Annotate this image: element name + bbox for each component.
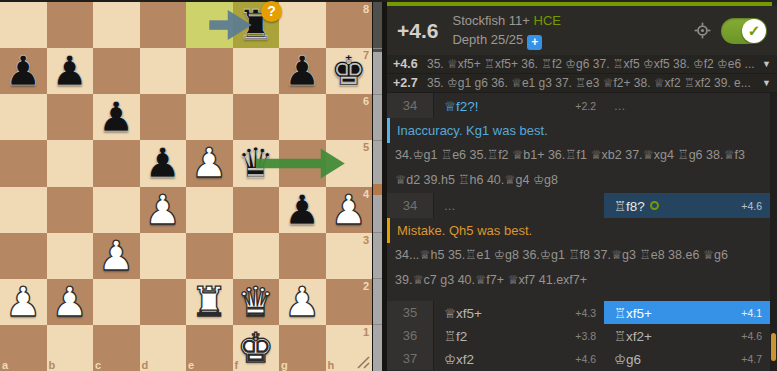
white-queen-f2[interactable]: ♛ [233,279,280,325]
file-label-d: d [142,359,149,371]
eval-gauge-black-share [373,2,382,52]
move-row: 37 ♔xf2 +4.6 ♔g6 +4.7 [387,347,777,370]
file-label-e: e [188,359,194,371]
go-deeper-button[interactable]: + [527,35,542,50]
green-circle-icon [650,201,659,210]
move-row: 34 ♕f2?! +2.2 ... [387,93,777,118]
move-number: 36 [387,324,434,347]
inaccuracy-comment: Inaccuracy. Kg1 was best. [387,118,777,143]
square-b4[interactable] [47,187,94,233]
analysis-screen: 8765432abcdefgh1 ? ♜♟♟♟♚♟♟♟♛♟♟♟♟♟♟♜♛♟♚ +… [0,0,777,371]
move-row: 35 ♕xf5+ +4.3 ♖xf5+ +4.1 [387,301,777,324]
engine-line-1[interactable]: +4.6 35. ♕xf5+ ♖xf5+ 36. ♖f2 ♔g6 37. ♖xf… [387,55,777,74]
white-pawn-b2[interactable]: ♟ [47,279,94,325]
square-d6[interactable] [140,94,187,140]
white-rook-e2[interactable]: ♜ [186,279,233,325]
square-a1[interactable]: a [0,325,47,371]
square-f7[interactable] [233,48,280,94]
square-d7[interactable] [140,48,187,94]
scrollbar-thumb[interactable] [771,333,776,361]
mistake-badge: ? [261,1,282,22]
square-a5[interactable] [0,140,47,186]
square-a3[interactable] [0,233,47,279]
move-number: 34 [387,93,434,118]
square-h2[interactable]: 2 [326,279,373,325]
square-g5[interactable] [279,140,326,186]
square-h6[interactable]: 6 [326,94,373,140]
square-c5[interactable] [93,140,140,186]
white-pawn-e5[interactable]: ♟ [186,140,233,186]
chess-board[interactable]: 8765432abcdefgh1 ? ♜♟♟♟♚♟♟♟♛♟♟♟♟♟♟♜♛♟♚ [0,2,372,371]
square-d2[interactable] [140,279,187,325]
move-black-rxf2[interactable]: ♖xf2+ +4.6 [604,324,770,347]
square-e4[interactable] [186,187,233,233]
move-number: 35 [387,301,434,324]
engine-line-2[interactable]: +2.7 35. ♔g1 g6 36. ♕e1 g3 37. ♖e3 ♕f2+ … [387,74,777,93]
expand-caret-icon[interactable]: ▼ [762,59,771,69]
move-white-qf2[interactable]: ♕f2?! +2.2 [434,93,604,118]
square-e1[interactable]: e [186,325,233,371]
mistake-comment: Mistake. Qh5 was best. [387,218,777,243]
square-h8[interactable]: 8 [326,2,373,48]
square-e8[interactable] [186,2,233,48]
square-a8[interactable] [0,2,47,48]
square-g3[interactable] [279,233,326,279]
variation-line-2[interactable]: 34...♕h5 35.♖e1 ♔g8 36.♔g1 ♖f8 37.♕g3 ♖e… [387,243,777,301]
eval-gauge [373,2,382,371]
square-c4[interactable] [93,187,140,233]
square-f4[interactable] [233,187,280,233]
square-b5[interactable] [47,140,94,186]
square-g6[interactable] [279,94,326,140]
black-pawn-a7[interactable]: ♟ [0,48,47,94]
square-f6[interactable] [233,94,280,140]
white-king-f1[interactable]: ♚ [233,325,280,371]
square-c1[interactable]: c [93,325,140,371]
engine-meta: Stockfish 11+ HCE Depth 25/25+ [452,11,694,51]
expand-caret-icon[interactable]: ▼ [762,78,771,88]
black-queen-f5[interactable]: ♛ [233,140,280,186]
move-white-placeholder[interactable]: ... [434,193,604,218]
square-d8[interactable] [140,2,187,48]
black-pawn-d5[interactable]: ♟ [140,140,187,186]
rank-label-2: 2 [363,280,369,292]
engine-name: Stockfish 11+ [452,13,529,28]
scrollbar-track[interactable] [770,93,777,371]
engine-header: +4.6 Stockfish 11+ HCE Depth 25/25+ ✓ [387,6,777,55]
square-h5[interactable]: 5 [326,140,373,186]
square-f3[interactable] [233,233,280,279]
file-label-a: a [2,359,8,371]
move-black-rxf5-active[interactable]: ♖xf5+ +4.1 [604,301,770,324]
white-pawn-g2[interactable]: ♟ [279,279,326,325]
move-white-rf2[interactable]: ♖f2 +3.8 [434,324,604,347]
square-g8[interactable] [279,2,326,48]
rank-label-3: 3 [363,234,369,246]
engine-toggle[interactable]: ✓ [721,18,767,44]
black-pawn-g7[interactable]: ♟ [279,48,326,94]
analysis-panel: +4.6 Stockfish 11+ HCE Depth 25/25+ ✓ [387,0,777,371]
square-e7[interactable] [186,48,233,94]
black-pawn-b7[interactable]: ♟ [47,48,94,94]
black-pawn-g4[interactable]: ♟ [279,187,326,233]
file-label-b: b [49,359,56,371]
square-e3[interactable] [186,233,233,279]
move-black-rf8-current[interactable]: ♖f8? +4.6 [604,193,770,218]
move-number: 34 [387,193,434,218]
move-number: 37 [387,347,434,370]
move-black-kg6[interactable]: ♔g6 +4.7 [604,347,770,370]
square-b1[interactable]: b [47,325,94,371]
file-label-c: c [95,359,101,371]
rank-label-5: 5 [363,141,369,153]
move-row: 36 ♖f2 +3.8 ♖xf2+ +4.6 [387,324,777,347]
square-h3[interactable]: 3 [326,233,373,279]
square-d3[interactable] [140,233,187,279]
file-label-h: h [328,359,335,371]
square-e6[interactable] [186,94,233,140]
black-pawn-c6[interactable]: ♟ [93,94,140,140]
board-resize-handle[interactable] [356,355,370,369]
white-pawn-a2[interactable]: ♟ [0,279,47,325]
settings-gear-icon[interactable] [694,22,711,39]
move-row: 34 ... ♖f8? +4.6 [387,193,777,218]
square-a6[interactable] [0,94,47,140]
move-list: 34 ♕f2?! +2.2 ... Inaccuracy. Kg1 was be… [387,93,777,371]
black-king-h7[interactable]: ♚ [326,48,373,94]
rank-label-6: 6 [363,95,369,107]
engine-eval: +4.6 [397,19,438,43]
move-white-qxf5[interactable]: ♕xf5+ +4.3 [434,301,604,324]
square-c7[interactable] [93,48,140,94]
square-c8[interactable] [93,2,140,48]
eval-gauge-zero-tick [373,184,382,195]
square-b6[interactable] [47,94,94,140]
square-b3[interactable] [47,233,94,279]
engine-toggle-check-icon: ✓ [742,19,766,43]
square-a4[interactable] [0,187,47,233]
move-black-placeholder[interactable]: ... [604,93,770,118]
move-white-kxf2[interactable]: ♔xf2 +4.6 [434,347,604,370]
square-b8[interactable] [47,2,94,48]
square-c2[interactable] [93,279,140,325]
rank-label-8: 8 [363,3,369,15]
white-pawn-h4[interactable]: ♟ [326,187,373,233]
file-label-g: g [281,359,288,371]
square-d1[interactable]: d [140,325,187,371]
white-pawn-d4[interactable]: ♟ [140,187,187,233]
rank-label-1: 1 [363,326,369,338]
engine-variant: HCE [534,13,561,28]
square-g1[interactable]: g [279,325,326,371]
white-pawn-c3[interactable]: ♟ [93,233,140,279]
engine-depth: Depth 25/25 [452,32,523,47]
variation-line-1[interactable]: 34.♔g1 ♖e6 35.♖f2 ♕b1+ 36.♖f1 ♕xb2 37.♕x… [387,143,777,193]
